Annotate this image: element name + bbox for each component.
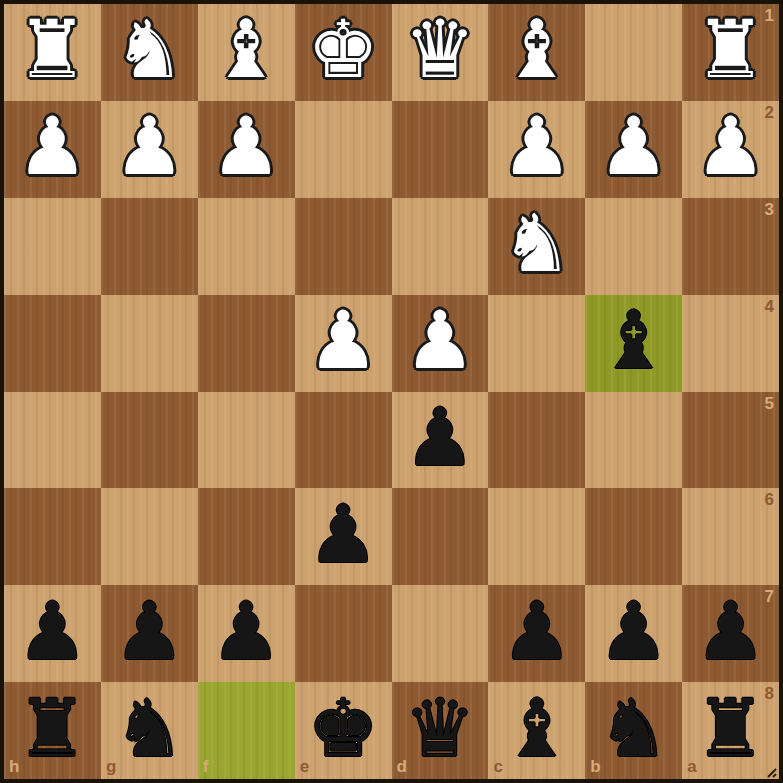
- square-g5[interactable]: [101, 392, 198, 489]
- piece-black-bishop[interactable]: ♝: [598, 301, 670, 381]
- square-d7[interactable]: [392, 585, 489, 682]
- piece-white-knight[interactable]: ♞: [501, 204, 573, 284]
- square-a3[interactable]: 3: [682, 198, 779, 295]
- piece-black-bishop[interactable]: ♝: [501, 689, 573, 769]
- coordinate-rank-label: 3: [765, 200, 774, 220]
- square-e5[interactable]: [295, 392, 392, 489]
- piece-white-bishop[interactable]: ♝: [210, 10, 282, 90]
- piece-white-king[interactable]: ♚: [307, 10, 379, 90]
- square-f8[interactable]: f: [198, 682, 295, 779]
- square-d3[interactable]: [392, 198, 489, 295]
- square-g7[interactable]: ♟: [101, 585, 198, 682]
- square-e6[interactable]: ♟: [295, 488, 392, 585]
- square-h8[interactable]: ♜h: [4, 682, 101, 779]
- square-e8[interactable]: ♚e: [295, 682, 392, 779]
- square-d4[interactable]: ♟: [392, 295, 489, 392]
- piece-white-pawn[interactable]: ♟: [210, 107, 282, 187]
- piece-white-pawn[interactable]: ♟: [307, 301, 379, 381]
- piece-black-pawn[interactable]: ♟: [17, 592, 89, 672]
- piece-black-king[interactable]: ♚: [307, 689, 379, 769]
- square-b3[interactable]: [585, 198, 682, 295]
- piece-white-bishop[interactable]: ♝: [501, 10, 573, 90]
- piece-black-pawn[interactable]: ♟: [210, 592, 282, 672]
- piece-black-pawn[interactable]: ♟: [113, 592, 185, 672]
- piece-black-queen[interactable]: ♛: [404, 689, 476, 769]
- square-h5[interactable]: [4, 392, 101, 489]
- piece-white-rook[interactable]: ♜: [17, 10, 89, 90]
- square-b4[interactable]: ♝: [585, 295, 682, 392]
- square-a4[interactable]: 4: [682, 295, 779, 392]
- square-a1[interactable]: ♜1: [682, 4, 779, 101]
- square-f1[interactable]: ♝: [198, 4, 295, 101]
- square-f5[interactable]: [198, 392, 295, 489]
- square-b5[interactable]: [585, 392, 682, 489]
- piece-black-pawn[interactable]: ♟: [307, 495, 379, 575]
- square-g8[interactable]: ♞g: [101, 682, 198, 779]
- square-a5[interactable]: 5: [682, 392, 779, 489]
- square-f2[interactable]: ♟: [198, 101, 295, 198]
- square-d8[interactable]: ♛d: [392, 682, 489, 779]
- square-h2[interactable]: ♟: [4, 101, 101, 198]
- coordinate-rank-label: 6: [765, 490, 774, 510]
- piece-black-rook[interactable]: ♜: [17, 689, 89, 769]
- square-d5[interactable]: ♟: [392, 392, 489, 489]
- coordinate-file-label: f: [203, 757, 209, 777]
- square-c7[interactable]: ♟: [488, 585, 585, 682]
- square-c2[interactable]: ♟: [488, 101, 585, 198]
- piece-white-pawn[interactable]: ♟: [598, 107, 670, 187]
- square-a6[interactable]: 6: [682, 488, 779, 585]
- piece-white-pawn[interactable]: ♟: [695, 107, 767, 187]
- piece-white-rook[interactable]: ♜: [695, 10, 767, 90]
- square-a2[interactable]: ♟2: [682, 101, 779, 198]
- resize-handle-icon[interactable]: [762, 763, 778, 779]
- square-e1[interactable]: ♚: [295, 4, 392, 101]
- square-b8[interactable]: ♞b: [585, 682, 682, 779]
- piece-black-rook[interactable]: ♜: [695, 689, 767, 769]
- square-e7[interactable]: [295, 585, 392, 682]
- square-d1[interactable]: ♛: [392, 4, 489, 101]
- piece-black-knight[interactable]: ♞: [598, 689, 670, 769]
- square-a7[interactable]: ♟7: [682, 585, 779, 682]
- chess-board-frame: ♜♞♝♚♛♝♜1♟♟♟♟♟♟2♞3♟♟♝4♟5♟6♟♟♟♟♟♟7♜h♞gf♚e♛…: [0, 0, 783, 783]
- square-c1[interactable]: ♝: [488, 4, 585, 101]
- square-h3[interactable]: [4, 198, 101, 295]
- coordinate-rank-label: 4: [765, 297, 774, 317]
- piece-white-knight[interactable]: ♞: [113, 10, 185, 90]
- piece-black-pawn[interactable]: ♟: [598, 592, 670, 672]
- square-c4[interactable]: [488, 295, 585, 392]
- square-e3[interactable]: [295, 198, 392, 295]
- square-g2[interactable]: ♟: [101, 101, 198, 198]
- piece-black-pawn[interactable]: ♟: [501, 592, 573, 672]
- piece-black-pawn[interactable]: ♟: [695, 592, 767, 672]
- piece-black-pawn[interactable]: ♟: [404, 398, 476, 478]
- piece-white-pawn[interactable]: ♟: [501, 107, 573, 187]
- coordinate-rank-label: 5: [765, 394, 774, 414]
- chess-board: ♜♞♝♚♛♝♜1♟♟♟♟♟♟2♞3♟♟♝4♟5♟6♟♟♟♟♟♟7♜h♞gf♚e♛…: [4, 4, 779, 779]
- piece-white-pawn[interactable]: ♟: [113, 107, 185, 187]
- square-b1[interactable]: [585, 4, 682, 101]
- square-d2[interactable]: [392, 101, 489, 198]
- square-c6[interactable]: [488, 488, 585, 585]
- square-h7[interactable]: ♟: [4, 585, 101, 682]
- square-d6[interactable]: [392, 488, 489, 585]
- square-c8[interactable]: ♝c: [488, 682, 585, 779]
- square-c5[interactable]: [488, 392, 585, 489]
- square-h6[interactable]: [4, 488, 101, 585]
- square-b6[interactable]: [585, 488, 682, 585]
- piece-black-knight[interactable]: ♞: [113, 689, 185, 769]
- square-h4[interactable]: [4, 295, 101, 392]
- square-g4[interactable]: [101, 295, 198, 392]
- square-h1[interactable]: ♜: [4, 4, 101, 101]
- square-f3[interactable]: [198, 198, 295, 295]
- square-c3[interactable]: ♞: [488, 198, 585, 295]
- piece-white-pawn[interactable]: ♟: [404, 301, 476, 381]
- piece-white-queen[interactable]: ♛: [404, 10, 476, 90]
- square-f6[interactable]: [198, 488, 295, 585]
- square-e4[interactable]: ♟: [295, 295, 392, 392]
- square-b7[interactable]: ♟: [585, 585, 682, 682]
- square-b2[interactable]: ♟: [585, 101, 682, 198]
- piece-white-pawn[interactable]: ♟: [17, 107, 89, 187]
- square-g6[interactable]: [101, 488, 198, 585]
- square-f4[interactable]: [198, 295, 295, 392]
- square-g3[interactable]: [101, 198, 198, 295]
- square-f7[interactable]: ♟: [198, 585, 295, 682]
- square-g1[interactable]: ♞: [101, 4, 198, 101]
- square-e2[interactable]: [295, 101, 392, 198]
